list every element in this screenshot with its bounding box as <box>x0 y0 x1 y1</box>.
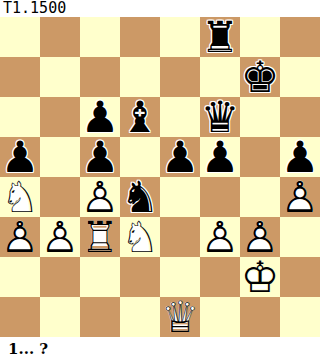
black-pawn-icon: ♟ <box>200 137 240 177</box>
chess-board: ♜♚♟♝♛♟♟♟♟♟♞♘♟♙♞♟♙♟♙♟♙♜♖♞♘♟♙♟♙♚♔♛♕ <box>0 17 320 337</box>
white-king-fill: ♚ <box>240 257 280 297</box>
white-knight-fill: ♞ <box>120 217 160 257</box>
white-pawn-fill: ♟ <box>200 217 240 257</box>
black-pawn-icon: ♟ <box>280 137 320 177</box>
square-h7[interactable] <box>280 57 320 97</box>
chess-trainer-window: T1.1500 ♜♚♟♝♛♟♟♟♟♟♞♘♟♙♞♟♙♟♙♟♙♜♖♞♘♟♙♟♙♚♔♛… <box>0 0 320 360</box>
square-b5[interactable] <box>40 137 80 177</box>
square-g7[interactable]: ♚ <box>240 57 280 97</box>
black-queen-icon: ♛ <box>200 97 240 137</box>
white-pawn-icon: ♙ <box>280 177 320 217</box>
white-pawn-icon: ♙ <box>200 217 240 257</box>
square-g5[interactable] <box>240 137 280 177</box>
square-f4[interactable] <box>200 177 240 217</box>
square-a4[interactable]: ♞♘ <box>0 177 40 217</box>
black-pawn-icon: ♟ <box>0 137 40 177</box>
square-c4[interactable]: ♟♙ <box>80 177 120 217</box>
square-e6[interactable] <box>160 97 200 137</box>
square-c5[interactable]: ♟ <box>80 137 120 177</box>
square-g4[interactable] <box>240 177 280 217</box>
square-a7[interactable] <box>0 57 40 97</box>
square-e1[interactable]: ♛♕ <box>160 297 200 337</box>
square-b4[interactable] <box>40 177 80 217</box>
square-d1[interactable] <box>120 297 160 337</box>
square-g8[interactable] <box>240 17 280 57</box>
square-c2[interactable] <box>80 257 120 297</box>
square-f5[interactable]: ♟ <box>200 137 240 177</box>
square-d5[interactable] <box>120 137 160 177</box>
puzzle-title: T1.1500 <box>0 0 320 17</box>
square-c1[interactable] <box>80 297 120 337</box>
square-b8[interactable] <box>40 17 80 57</box>
square-b2[interactable] <box>40 257 80 297</box>
square-e7[interactable] <box>160 57 200 97</box>
square-b1[interactable] <box>40 297 80 337</box>
black-pawn-icon: ♟ <box>160 137 200 177</box>
square-d2[interactable] <box>120 257 160 297</box>
white-pawn-icon: ♙ <box>0 217 40 257</box>
square-a8[interactable] <box>0 17 40 57</box>
square-b3[interactable]: ♟♙ <box>40 217 80 257</box>
white-queen-icon: ♕ <box>160 297 200 337</box>
square-f6[interactable]: ♛ <box>200 97 240 137</box>
square-h5[interactable]: ♟ <box>280 137 320 177</box>
square-f3[interactable]: ♟♙ <box>200 217 240 257</box>
square-g6[interactable] <box>240 97 280 137</box>
square-c7[interactable] <box>80 57 120 97</box>
square-d8[interactable] <box>120 17 160 57</box>
white-knight-fill: ♞ <box>0 177 40 217</box>
square-e5[interactable]: ♟ <box>160 137 200 177</box>
square-c3[interactable]: ♜♖ <box>80 217 120 257</box>
white-rook-fill: ♜ <box>80 217 120 257</box>
white-pawn-fill: ♟ <box>40 217 80 257</box>
square-e8[interactable] <box>160 17 200 57</box>
square-a2[interactable] <box>0 257 40 297</box>
square-h2[interactable] <box>280 257 320 297</box>
white-pawn-fill: ♟ <box>280 177 320 217</box>
square-f8[interactable]: ♜ <box>200 17 240 57</box>
square-a6[interactable] <box>0 97 40 137</box>
square-e3[interactable] <box>160 217 200 257</box>
white-knight-icon: ♘ <box>120 217 160 257</box>
square-d6[interactable]: ♝ <box>120 97 160 137</box>
black-king-icon: ♚ <box>240 57 280 97</box>
square-g1[interactable] <box>240 297 280 337</box>
square-d4[interactable]: ♞ <box>120 177 160 217</box>
square-e4[interactable] <box>160 177 200 217</box>
square-g3[interactable]: ♟♙ <box>240 217 280 257</box>
square-h8[interactable] <box>280 17 320 57</box>
square-a1[interactable] <box>0 297 40 337</box>
black-bishop-icon: ♝ <box>120 97 160 137</box>
square-d7[interactable] <box>120 57 160 97</box>
white-king-icon: ♔ <box>240 257 280 297</box>
black-rook-icon: ♜ <box>200 17 240 57</box>
black-pawn-icon: ♟ <box>80 97 120 137</box>
black-knight-icon: ♞ <box>120 177 160 217</box>
square-h4[interactable]: ♟♙ <box>280 177 320 217</box>
white-pawn-icon: ♙ <box>40 217 80 257</box>
move-prompt: 1... ? <box>0 337 320 360</box>
white-queen-fill: ♛ <box>160 297 200 337</box>
black-pawn-icon: ♟ <box>80 137 120 177</box>
white-pawn-icon: ♙ <box>240 217 280 257</box>
square-c6[interactable]: ♟ <box>80 97 120 137</box>
square-d3[interactable]: ♞♘ <box>120 217 160 257</box>
square-b6[interactable] <box>40 97 80 137</box>
square-a5[interactable]: ♟ <box>0 137 40 177</box>
white-rook-icon: ♖ <box>80 217 120 257</box>
square-g2[interactable]: ♚♔ <box>240 257 280 297</box>
square-h1[interactable] <box>280 297 320 337</box>
white-knight-icon: ♘ <box>0 177 40 217</box>
white-pawn-fill: ♟ <box>0 217 40 257</box>
square-h3[interactable] <box>280 217 320 257</box>
square-c8[interactable] <box>80 17 120 57</box>
square-f2[interactable] <box>200 257 240 297</box>
square-e2[interactable] <box>160 257 200 297</box>
square-a3[interactable]: ♟♙ <box>0 217 40 257</box>
square-b7[interactable] <box>40 57 80 97</box>
square-f1[interactable] <box>200 297 240 337</box>
white-pawn-fill: ♟ <box>80 177 120 217</box>
white-pawn-fill: ♟ <box>240 217 280 257</box>
square-f7[interactable] <box>200 57 240 97</box>
square-h6[interactable] <box>280 97 320 137</box>
white-pawn-icon: ♙ <box>80 177 120 217</box>
